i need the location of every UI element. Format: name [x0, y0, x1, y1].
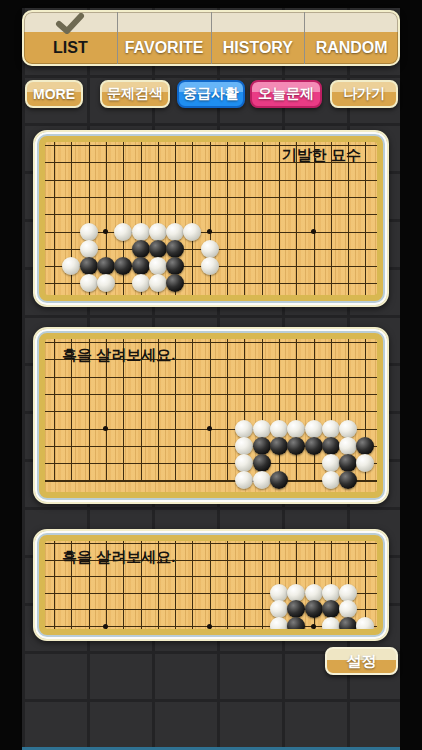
go-stone-white: [149, 274, 167, 292]
grid-line: [45, 197, 377, 198]
intermediate-life-death-button[interactable]: 중급사활: [177, 80, 245, 108]
go-stone-white: [339, 420, 357, 438]
go-stone-white: [339, 584, 357, 602]
go-stone-white: [287, 420, 305, 438]
go-stone-black: [80, 257, 98, 275]
grid-line: [227, 142, 228, 295]
go-stone-black: [356, 437, 374, 455]
puzzle-list-item-3[interactable]: 흑을 살려보세요.: [33, 529, 389, 641]
grid-line: [244, 541, 245, 629]
go-stone-black: [339, 617, 357, 629]
puzzle-list-item-1[interactable]: 기발한 묘수: [33, 130, 389, 307]
go-stone-white: [80, 223, 98, 241]
go-stone-black: [253, 454, 271, 472]
grid-line: [227, 339, 228, 481]
go-stone-white: [270, 584, 288, 602]
grid-line: [45, 576, 377, 577]
go-stone-white: [235, 471, 253, 489]
star-point: [103, 426, 108, 431]
go-stone-white: [62, 257, 80, 275]
problem-search-button[interactable]: 문제검색: [100, 80, 170, 108]
checkmark-icon: [55, 13, 85, 38]
grid-line: [365, 142, 366, 295]
today-problem-button[interactable]: 오늘문제: [250, 80, 322, 108]
grid-line: [45, 543, 377, 544]
go-stone-white: [235, 454, 253, 472]
go-stone-white: [322, 584, 340, 602]
tab-label: LIST: [53, 39, 88, 57]
tab-favorite[interactable]: FAVORITE: [118, 12, 212, 64]
go-stone-black: [287, 437, 305, 455]
go-stone-black: [149, 240, 167, 258]
grid-line: [210, 541, 211, 629]
go-stone-white: [322, 471, 340, 489]
go-stone-black: [339, 471, 357, 489]
go-stone-black: [322, 437, 340, 455]
exit-button[interactable]: 나가기: [330, 80, 398, 108]
grid-line: [279, 142, 280, 295]
go-stone-white: [201, 257, 219, 275]
star-point: [311, 624, 316, 629]
go-stone-white: [356, 617, 374, 629]
board-caption: 기발한 묘수: [282, 146, 361, 165]
go-stone-black: [132, 240, 150, 258]
grid-line: [45, 342, 377, 343]
go-stone-white: [80, 240, 98, 258]
grid-line: [244, 142, 245, 295]
grid-line: [262, 142, 263, 295]
go-stone-black: [339, 454, 357, 472]
board-caption: 흑을 살려보세요.: [62, 346, 175, 365]
go-stone-white: [235, 437, 253, 455]
grid-line: [262, 541, 263, 629]
go-stone-white: [166, 223, 184, 241]
go-stone-black: [97, 257, 115, 275]
settings-button[interactable]: 설정: [325, 647, 398, 675]
go-stone-white: [305, 584, 323, 602]
go-stone-white: [322, 617, 340, 629]
go-stone-white: [322, 420, 340, 438]
go-stone-black: [322, 600, 340, 618]
go-stone-white: [253, 471, 271, 489]
go-stone-black: [270, 471, 288, 489]
go-stone-white: [235, 420, 253, 438]
go-stone-white: [270, 617, 288, 629]
grid-line: [45, 377, 377, 378]
more-button[interactable]: MORE: [25, 80, 83, 108]
go-stone-white: [253, 420, 271, 438]
go-stone-black: [305, 437, 323, 455]
go-board-2: 흑을 살려보세요.: [45, 339, 377, 492]
grid-line: [227, 541, 228, 629]
go-stone-white: [287, 584, 305, 602]
go-stone-white: [114, 223, 132, 241]
go-board-1: 기발한 묘수: [45, 142, 377, 295]
go-board-3: 흑을 살려보세요.: [45, 541, 377, 629]
grid-line: [54, 541, 55, 629]
go-stone-black: [287, 600, 305, 618]
grid-line: [296, 339, 297, 481]
go-stone-white: [270, 600, 288, 618]
grid-line: [192, 541, 193, 629]
go-stone-black: [166, 240, 184, 258]
go-stone-white: [80, 274, 98, 292]
grid-line: [54, 142, 55, 295]
go-stone-white: [339, 437, 357, 455]
star-point: [207, 624, 212, 629]
grid-line: [314, 339, 315, 481]
board-caption: 흑을 살려보세요.: [62, 548, 175, 567]
app-root: LIST FAVORITE HISTORY RANDOM MORE 문제검색 중…: [0, 0, 422, 750]
screen-background: LIST FAVORITE HISTORY RANDOM MORE 문제검색 중…: [22, 8, 400, 750]
tab-history[interactable]: HISTORY: [212, 12, 306, 64]
tab-list[interactable]: LIST: [24, 12, 118, 64]
grid-line: [192, 142, 193, 295]
tab-label: RANDOM: [316, 39, 388, 57]
go-stone-white: [305, 420, 323, 438]
go-stone-white: [132, 274, 150, 292]
grid-line: [45, 180, 377, 181]
go-stone-white: [201, 240, 219, 258]
go-stone-black: [132, 257, 150, 275]
tab-label: FAVORITE: [125, 39, 204, 57]
go-stone-white: [322, 454, 340, 472]
go-stone-white: [149, 257, 167, 275]
go-stone-white: [132, 223, 150, 241]
go-stone-black: [287, 617, 305, 629]
go-stone-black: [114, 257, 132, 275]
go-stone-white: [149, 223, 167, 241]
star-point: [207, 229, 212, 234]
grid-line: [45, 214, 377, 215]
go-stone-black: [166, 274, 184, 292]
go-stone-white: [183, 223, 201, 241]
grid-line: [279, 339, 280, 481]
go-stone-black: [270, 437, 288, 455]
tab-label: HISTORY: [223, 39, 293, 57]
star-point: [311, 229, 316, 234]
tab-random[interactable]: RANDOM: [305, 12, 398, 64]
puzzle-list-item-2[interactable]: 흑을 살려보세요.: [33, 327, 389, 504]
go-stone-black: [253, 437, 271, 455]
star-point: [103, 229, 108, 234]
grid-line: [365, 541, 366, 629]
go-stone-black: [166, 257, 184, 275]
star-point: [207, 426, 212, 431]
grid-line: [45, 394, 377, 395]
grid-line: [192, 339, 193, 481]
grid-line: [210, 339, 211, 481]
go-stone-white: [339, 600, 357, 618]
go-stone-white: [356, 454, 374, 472]
go-stone-black: [305, 600, 323, 618]
tab-bar: LIST FAVORITE HISTORY RANDOM: [22, 10, 400, 66]
go-stone-white: [97, 274, 115, 292]
grid-line: [45, 411, 377, 412]
go-stone-white: [270, 420, 288, 438]
grid-line: [54, 339, 55, 481]
star-point: [103, 624, 108, 629]
